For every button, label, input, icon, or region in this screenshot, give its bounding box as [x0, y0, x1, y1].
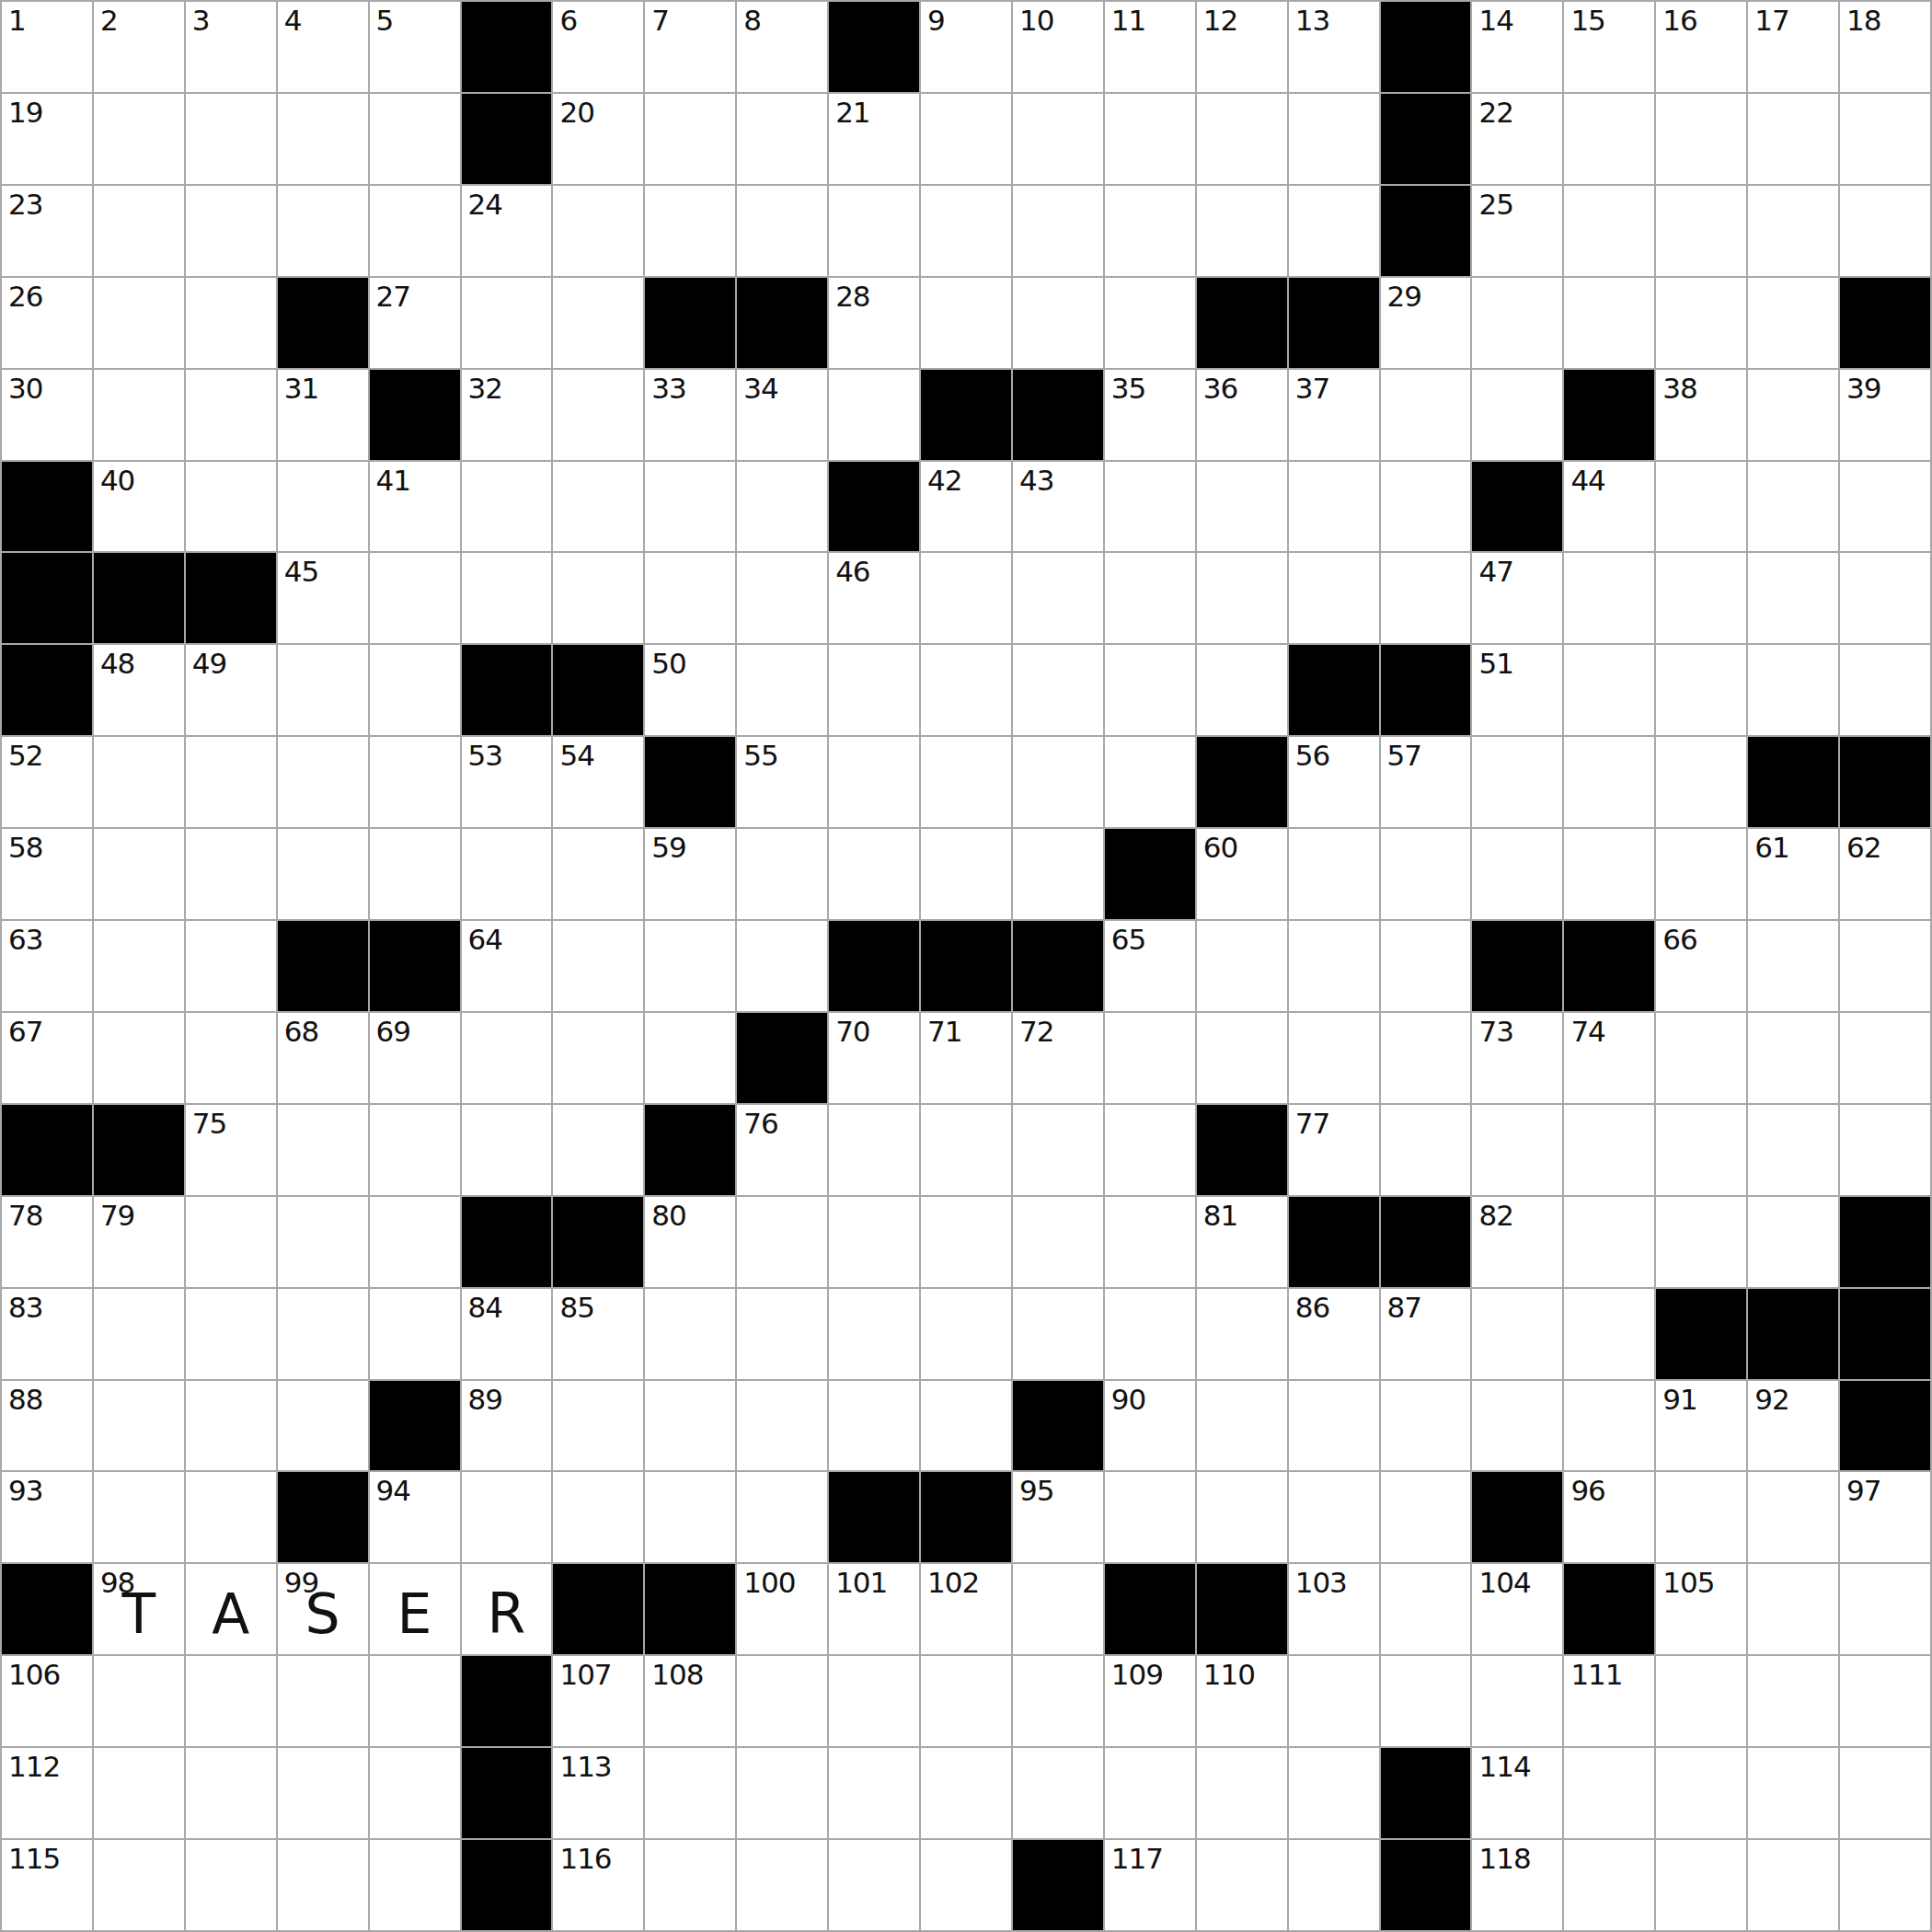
- cell-r6c21[interactable]: [1840, 462, 1930, 552]
- cell-r20c19[interactable]: [1656, 1748, 1746, 1838]
- cell-r3c20[interactable]: [1748, 186, 1838, 276]
- cell-r12c11[interactable]: 71: [921, 1013, 1011, 1103]
- cell-r13c12[interactable]: [1013, 1105, 1103, 1195]
- cell-r16c13[interactable]: 90: [1105, 1381, 1195, 1471]
- cell-r17c18[interactable]: 96: [1564, 1472, 1654, 1562]
- cell-r19c14[interactable]: 110: [1197, 1656, 1287, 1746]
- cell-r2c5[interactable]: [370, 94, 460, 184]
- cell-r13c7[interactable]: [553, 1105, 643, 1195]
- cell-r21c10[interactable]: [829, 1840, 919, 1930]
- cell-r19c7[interactable]: 107: [553, 1656, 643, 1746]
- cell-r14c5[interactable]: [370, 1197, 460, 1287]
- cell-r5c14[interactable]: 36: [1197, 370, 1287, 460]
- cell-r3c14[interactable]: [1197, 186, 1287, 276]
- cell-r9c7[interactable]: 54: [553, 737, 643, 827]
- cell-r4c16[interactable]: 29: [1381, 278, 1471, 368]
- cell-r6c14[interactable]: [1197, 462, 1287, 552]
- cell-r1c9[interactable]: 8: [737, 2, 827, 92]
- cell-r21c15[interactable]: [1289, 1840, 1379, 1930]
- cell-r9c9[interactable]: 55: [737, 737, 827, 827]
- cell-r21c7[interactable]: 116: [553, 1840, 643, 1930]
- cell-r1c1[interactable]: 1: [2, 2, 92, 92]
- cell-r16c18[interactable]: [1564, 1381, 1654, 1471]
- cell-r6c7[interactable]: [553, 462, 643, 552]
- cell-r10c16[interactable]: [1381, 829, 1471, 919]
- cell-r8c20[interactable]: [1748, 645, 1838, 735]
- cell-r21c8[interactable]: [645, 1840, 735, 1930]
- cell-r5c4[interactable]: 31: [278, 370, 368, 460]
- cell-r5c15[interactable]: 37: [1289, 370, 1379, 460]
- cell-r13c20[interactable]: [1748, 1105, 1838, 1195]
- cell-r5c1[interactable]: 30: [2, 370, 92, 460]
- cell-r21c11[interactable]: [921, 1840, 1011, 1930]
- cell-r12c1[interactable]: 67: [2, 1013, 92, 1103]
- cell-r2c14[interactable]: [1197, 94, 1287, 184]
- cell-r4c6[interactable]: [462, 278, 552, 368]
- cell-r10c17[interactable]: [1472, 829, 1562, 919]
- cell-r1c3[interactable]: 3: [186, 2, 276, 92]
- cell-r10c7[interactable]: [553, 829, 643, 919]
- cell-r11c16[interactable]: [1381, 921, 1471, 1011]
- cell-r12c6[interactable]: [462, 1013, 552, 1103]
- cell-r3c13[interactable]: [1105, 186, 1195, 276]
- cell-r21c1[interactable]: 115: [2, 1840, 92, 1930]
- cell-r20c14[interactable]: [1197, 1748, 1287, 1838]
- cell-r8c4[interactable]: [278, 645, 368, 735]
- cell-r18c4[interactable]: 99S: [278, 1564, 368, 1654]
- cell-r7c15[interactable]: [1289, 553, 1379, 643]
- cell-r19c2[interactable]: [94, 1656, 184, 1746]
- cell-r16c14[interactable]: [1197, 1381, 1287, 1471]
- cell-r12c20[interactable]: [1748, 1013, 1838, 1103]
- cell-r15c13[interactable]: [1105, 1289, 1195, 1379]
- cell-r3c1[interactable]: 23: [2, 186, 92, 276]
- cell-r18c11[interactable]: 102: [921, 1564, 1011, 1654]
- cell-r21c14[interactable]: [1197, 1840, 1287, 1930]
- cell-r7c16[interactable]: [1381, 553, 1471, 643]
- cell-r16c3[interactable]: [186, 1381, 276, 1471]
- cell-r13c4[interactable]: [278, 1105, 368, 1195]
- cell-r8c21[interactable]: [1840, 645, 1930, 735]
- cell-r8c2[interactable]: 48: [94, 645, 184, 735]
- cell-r4c5[interactable]: 27: [370, 278, 460, 368]
- cell-r17c21[interactable]: 97: [1840, 1472, 1930, 1562]
- cell-r7c4[interactable]: 45: [278, 553, 368, 643]
- cell-r10c1[interactable]: 58: [2, 829, 92, 919]
- cell-r14c13[interactable]: [1105, 1197, 1195, 1287]
- cell-r1c5[interactable]: 5: [370, 2, 460, 92]
- cell-r8c3[interactable]: 49: [186, 645, 276, 735]
- cell-r14c10[interactable]: [829, 1197, 919, 1287]
- cell-r1c18[interactable]: 15: [1564, 2, 1654, 92]
- cell-r4c19[interactable]: [1656, 278, 1746, 368]
- cell-r13c18[interactable]: [1564, 1105, 1654, 1195]
- cell-r20c2[interactable]: [94, 1748, 184, 1838]
- cell-r19c17[interactable]: [1472, 1656, 1562, 1746]
- cell-r9c18[interactable]: [1564, 737, 1654, 827]
- cell-r9c4[interactable]: [278, 737, 368, 827]
- cell-r10c2[interactable]: [94, 829, 184, 919]
- cell-r5c13[interactable]: 35: [1105, 370, 1195, 460]
- cell-r14c17[interactable]: 82: [1472, 1197, 1562, 1287]
- cell-r6c13[interactable]: [1105, 462, 1195, 552]
- cell-r19c3[interactable]: [186, 1656, 276, 1746]
- cell-r15c15[interactable]: 86: [1289, 1289, 1379, 1379]
- cell-r11c15[interactable]: [1289, 921, 1379, 1011]
- cell-r7c17[interactable]: 47: [1472, 553, 1562, 643]
- cell-r3c12[interactable]: [1013, 186, 1103, 276]
- cell-r6c6[interactable]: [462, 462, 552, 552]
- cell-r8c18[interactable]: [1564, 645, 1654, 735]
- cell-r18c9[interactable]: 100: [737, 1564, 827, 1654]
- cell-r20c20[interactable]: [1748, 1748, 1838, 1838]
- cell-r4c10[interactable]: 28: [829, 278, 919, 368]
- cell-r20c10[interactable]: [829, 1748, 919, 1838]
- cell-r14c11[interactable]: [921, 1197, 1011, 1287]
- cell-r10c20[interactable]: 61: [1748, 829, 1838, 919]
- cell-r3c10[interactable]: [829, 186, 919, 276]
- cell-r1c11[interactable]: 9: [921, 2, 1011, 92]
- cell-r17c3[interactable]: [186, 1472, 276, 1562]
- cell-r5c19[interactable]: 38: [1656, 370, 1746, 460]
- cell-r19c13[interactable]: 109: [1105, 1656, 1195, 1746]
- cell-r4c13[interactable]: [1105, 278, 1195, 368]
- cell-r4c17[interactable]: [1472, 278, 1562, 368]
- cell-r17c1[interactable]: 93: [2, 1472, 92, 1562]
- cell-r21c3[interactable]: [186, 1840, 276, 1930]
- cell-r5c2[interactable]: [94, 370, 184, 460]
- cell-r11c21[interactable]: [1840, 921, 1930, 1011]
- cell-r7c6[interactable]: [462, 553, 552, 643]
- cell-r16c17[interactable]: [1472, 1381, 1562, 1471]
- cell-r12c18[interactable]: 74: [1564, 1013, 1654, 1103]
- cell-r16c11[interactable]: [921, 1381, 1011, 1471]
- cell-r12c19[interactable]: [1656, 1013, 1746, 1103]
- cell-r11c6[interactable]: 64: [462, 921, 552, 1011]
- cell-r3c19[interactable]: [1656, 186, 1746, 276]
- cell-r6c8[interactable]: [645, 462, 735, 552]
- cell-r21c21[interactable]: [1840, 1840, 1930, 1930]
- cell-r10c14[interactable]: 60: [1197, 829, 1287, 919]
- cell-r6c15[interactable]: [1289, 462, 1379, 552]
- cell-r1c12[interactable]: 10: [1013, 2, 1103, 92]
- cell-r2c2[interactable]: [94, 94, 184, 184]
- cell-r19c1[interactable]: 106: [2, 1656, 92, 1746]
- cell-r1c7[interactable]: 6: [553, 2, 643, 92]
- cell-r12c15[interactable]: [1289, 1013, 1379, 1103]
- cell-r15c12[interactable]: [1013, 1289, 1103, 1379]
- cell-r3c8[interactable]: [645, 186, 735, 276]
- cell-r8c11[interactable]: [921, 645, 1011, 735]
- cell-r10c10[interactable]: [829, 829, 919, 919]
- cell-r3c17[interactable]: 25: [1472, 186, 1562, 276]
- cell-r19c9[interactable]: [737, 1656, 827, 1746]
- cell-r12c8[interactable]: [645, 1013, 735, 1103]
- cell-r11c14[interactable]: [1197, 921, 1287, 1011]
- cell-r4c3[interactable]: [186, 278, 276, 368]
- cell-r2c17[interactable]: 22: [1472, 94, 1562, 184]
- cell-r11c13[interactable]: 65: [1105, 921, 1195, 1011]
- cell-r17c15[interactable]: [1289, 1472, 1379, 1562]
- cell-r15c11[interactable]: [921, 1289, 1011, 1379]
- cell-r12c12[interactable]: 72: [1013, 1013, 1103, 1103]
- cell-r6c9[interactable]: [737, 462, 827, 552]
- cell-r2c8[interactable]: [645, 94, 735, 184]
- cell-r14c3[interactable]: [186, 1197, 276, 1287]
- cell-r16c16[interactable]: [1381, 1381, 1471, 1471]
- cell-r17c19[interactable]: [1656, 1472, 1746, 1562]
- cell-r16c6[interactable]: 89: [462, 1381, 552, 1471]
- cell-r21c18[interactable]: [1564, 1840, 1654, 1930]
- cell-r1c2[interactable]: 2: [94, 2, 184, 92]
- cell-r19c19[interactable]: [1656, 1656, 1746, 1746]
- cell-r3c9[interactable]: [737, 186, 827, 276]
- cell-r1c4[interactable]: 4: [278, 2, 368, 92]
- cell-r20c9[interactable]: [737, 1748, 827, 1838]
- cell-r8c10[interactable]: [829, 645, 919, 735]
- cell-r19c18[interactable]: 111: [1564, 1656, 1654, 1746]
- cell-r13c6[interactable]: [462, 1105, 552, 1195]
- cell-r8c8[interactable]: 50: [645, 645, 735, 735]
- cell-r14c9[interactable]: [737, 1197, 827, 1287]
- cell-r15c4[interactable]: [278, 1289, 368, 1379]
- cell-r2c21[interactable]: [1840, 94, 1930, 184]
- cell-r18c19[interactable]: 105: [1656, 1564, 1746, 1654]
- cell-r6c16[interactable]: [1381, 462, 1471, 552]
- cell-r1c15[interactable]: 13: [1289, 2, 1379, 92]
- cell-r13c3[interactable]: 75: [186, 1105, 276, 1195]
- cell-r12c16[interactable]: [1381, 1013, 1471, 1103]
- cell-r21c4[interactable]: [278, 1840, 368, 1930]
- cell-r13c15[interactable]: 77: [1289, 1105, 1379, 1195]
- cell-r13c9[interactable]: 76: [737, 1105, 827, 1195]
- cell-r9c2[interactable]: [94, 737, 184, 827]
- cell-r5c6[interactable]: 32: [462, 370, 552, 460]
- cell-r11c3[interactable]: [186, 921, 276, 1011]
- cell-r18c10[interactable]: 101: [829, 1564, 919, 1654]
- cell-r7c20[interactable]: [1748, 553, 1838, 643]
- cell-r20c3[interactable]: [186, 1748, 276, 1838]
- cell-r15c14[interactable]: [1197, 1289, 1287, 1379]
- cell-r2c20[interactable]: [1748, 94, 1838, 184]
- cell-r2c3[interactable]: [186, 94, 276, 184]
- cell-r19c20[interactable]: [1748, 1656, 1838, 1746]
- cell-r16c8[interactable]: [645, 1381, 735, 1471]
- cell-r10c18[interactable]: [1564, 829, 1654, 919]
- cell-r7c21[interactable]: [1840, 553, 1930, 643]
- cell-r15c10[interactable]: [829, 1289, 919, 1379]
- cell-r14c14[interactable]: 81: [1197, 1197, 1287, 1287]
- cell-r14c8[interactable]: 80: [645, 1197, 735, 1287]
- cell-r14c4[interactable]: [278, 1197, 368, 1287]
- cell-r14c19[interactable]: [1656, 1197, 1746, 1287]
- cell-r3c7[interactable]: [553, 186, 643, 276]
- cell-r19c12[interactable]: [1013, 1656, 1103, 1746]
- cell-r5c10[interactable]: [829, 370, 919, 460]
- cell-r21c20[interactable]: [1748, 1840, 1838, 1930]
- cell-r13c21[interactable]: [1840, 1105, 1930, 1195]
- cell-r12c4[interactable]: 68: [278, 1013, 368, 1103]
- cell-r16c2[interactable]: [94, 1381, 184, 1471]
- cell-r6c18[interactable]: 44: [1564, 462, 1654, 552]
- cell-r17c8[interactable]: [645, 1472, 735, 1562]
- cell-r16c7[interactable]: [553, 1381, 643, 1471]
- cell-r9c1[interactable]: 52: [2, 737, 92, 827]
- cell-r18c21[interactable]: [1840, 1564, 1930, 1654]
- cell-r20c15[interactable]: [1289, 1748, 1379, 1838]
- cell-r3c21[interactable]: [1840, 186, 1930, 276]
- cell-r10c9[interactable]: [737, 829, 827, 919]
- cell-r16c9[interactable]: [737, 1381, 827, 1471]
- cell-r10c4[interactable]: [278, 829, 368, 919]
- cell-r5c21[interactable]: 39: [1840, 370, 1930, 460]
- cell-r5c17[interactable]: [1472, 370, 1562, 460]
- cell-r17c14[interactable]: [1197, 1472, 1287, 1562]
- cell-r10c19[interactable]: [1656, 829, 1746, 919]
- cell-r9c13[interactable]: [1105, 737, 1195, 827]
- cell-r6c5[interactable]: 41: [370, 462, 460, 552]
- cell-r18c12[interactable]: [1013, 1564, 1103, 1654]
- cell-r2c12[interactable]: [1013, 94, 1103, 184]
- cell-r12c10[interactable]: 70: [829, 1013, 919, 1103]
- cell-r5c8[interactable]: 33: [645, 370, 735, 460]
- cell-r17c20[interactable]: [1748, 1472, 1838, 1562]
- cell-r20c13[interactable]: [1105, 1748, 1195, 1838]
- cell-r7c11[interactable]: [921, 553, 1011, 643]
- cell-r19c10[interactable]: [829, 1656, 919, 1746]
- cell-r2c1[interactable]: 19: [2, 94, 92, 184]
- cell-r2c9[interactable]: [737, 94, 827, 184]
- cell-r9c11[interactable]: [921, 737, 1011, 827]
- cell-r20c1[interactable]: 112: [2, 1748, 92, 1838]
- cell-r3c18[interactable]: [1564, 186, 1654, 276]
- cell-r5c9[interactable]: 34: [737, 370, 827, 460]
- cell-r8c9[interactable]: [737, 645, 827, 735]
- cell-r12c5[interactable]: 69: [370, 1013, 460, 1103]
- cell-r7c5[interactable]: [370, 553, 460, 643]
- cell-r13c11[interactable]: [921, 1105, 1011, 1195]
- cell-r4c2[interactable]: [94, 278, 184, 368]
- cell-r10c6[interactable]: [462, 829, 552, 919]
- cell-r11c2[interactable]: [94, 921, 184, 1011]
- cell-r17c2[interactable]: [94, 1472, 184, 1562]
- cell-r15c18[interactable]: [1564, 1289, 1654, 1379]
- cell-r15c5[interactable]: [370, 1289, 460, 1379]
- cell-r20c11[interactable]: [921, 1748, 1011, 1838]
- cell-r21c2[interactable]: [94, 1840, 184, 1930]
- cell-r14c18[interactable]: [1564, 1197, 1654, 1287]
- cell-r13c19[interactable]: [1656, 1105, 1746, 1195]
- cell-r13c5[interactable]: [370, 1105, 460, 1195]
- cell-r12c2[interactable]: [94, 1013, 184, 1103]
- cell-r16c10[interactable]: [829, 1381, 919, 1471]
- cell-r21c13[interactable]: 117: [1105, 1840, 1195, 1930]
- cell-r7c7[interactable]: [553, 553, 643, 643]
- cell-r2c7[interactable]: 20: [553, 94, 643, 184]
- cell-r10c15[interactable]: [1289, 829, 1379, 919]
- cell-r11c9[interactable]: [737, 921, 827, 1011]
- cell-r6c11[interactable]: 42: [921, 462, 1011, 552]
- cell-r18c3[interactable]: A: [186, 1564, 276, 1654]
- cell-r9c12[interactable]: [1013, 737, 1103, 827]
- cell-r18c16[interactable]: [1381, 1564, 1471, 1654]
- cell-r16c20[interactable]: 92: [1748, 1381, 1838, 1471]
- cell-r8c17[interactable]: 51: [1472, 645, 1562, 735]
- cell-r20c12[interactable]: [1013, 1748, 1103, 1838]
- cell-r17c6[interactable]: [462, 1472, 552, 1562]
- cell-r15c7[interactable]: 85: [553, 1289, 643, 1379]
- cell-r5c16[interactable]: [1381, 370, 1471, 460]
- cell-r2c11[interactable]: [921, 94, 1011, 184]
- cell-r18c5[interactable]: E: [370, 1564, 460, 1654]
- cell-r11c19[interactable]: 66: [1656, 921, 1746, 1011]
- cell-r12c14[interactable]: [1197, 1013, 1287, 1103]
- cell-r10c8[interactable]: 59: [645, 829, 735, 919]
- cell-r10c3[interactable]: [186, 829, 276, 919]
- cell-r10c5[interactable]: [370, 829, 460, 919]
- cell-r1c19[interactable]: 16: [1656, 2, 1746, 92]
- cell-r17c5[interactable]: 94: [370, 1472, 460, 1562]
- cell-r8c13[interactable]: [1105, 645, 1195, 735]
- cell-r9c17[interactable]: [1472, 737, 1562, 827]
- cell-r2c4[interactable]: [278, 94, 368, 184]
- cell-r8c5[interactable]: [370, 645, 460, 735]
- cell-r17c16[interactable]: [1381, 1472, 1471, 1562]
- cell-r2c10[interactable]: 21: [829, 94, 919, 184]
- cell-r7c19[interactable]: [1656, 553, 1746, 643]
- cell-r7c10[interactable]: 46: [829, 553, 919, 643]
- cell-r3c11[interactable]: [921, 186, 1011, 276]
- cell-r15c8[interactable]: [645, 1289, 735, 1379]
- cell-r3c5[interactable]: [370, 186, 460, 276]
- cell-r10c12[interactable]: [1013, 829, 1103, 919]
- cell-r12c13[interactable]: [1105, 1013, 1195, 1103]
- cell-r19c11[interactable]: [921, 1656, 1011, 1746]
- cell-r3c3[interactable]: [186, 186, 276, 276]
- cell-r13c10[interactable]: [829, 1105, 919, 1195]
- cell-r13c17[interactable]: [1472, 1105, 1562, 1195]
- cell-r17c12[interactable]: 95: [1013, 1472, 1103, 1562]
- cell-r9c15[interactable]: 56: [1289, 737, 1379, 827]
- cell-r20c21[interactable]: [1840, 1748, 1930, 1838]
- cell-r1c21[interactable]: 18: [1840, 2, 1930, 92]
- cell-r1c20[interactable]: 17: [1748, 2, 1838, 92]
- cell-r9c5[interactable]: [370, 737, 460, 827]
- cell-r5c7[interactable]: [553, 370, 643, 460]
- cell-r21c9[interactable]: [737, 1840, 827, 1930]
- cell-r18c2[interactable]: 98T: [94, 1564, 184, 1654]
- cell-r18c17[interactable]: 104: [1472, 1564, 1562, 1654]
- cell-r4c18[interactable]: [1564, 278, 1654, 368]
- cell-r15c16[interactable]: 87: [1381, 1289, 1471, 1379]
- cell-r15c9[interactable]: [737, 1289, 827, 1379]
- cell-r5c3[interactable]: [186, 370, 276, 460]
- cell-r20c4[interactable]: [278, 1748, 368, 1838]
- cell-r14c1[interactable]: 78: [2, 1197, 92, 1287]
- cell-r11c7[interactable]: [553, 921, 643, 1011]
- cell-r2c18[interactable]: [1564, 94, 1654, 184]
- cell-r2c19[interactable]: [1656, 94, 1746, 184]
- cell-r9c16[interactable]: 57: [1381, 737, 1471, 827]
- cell-r4c20[interactable]: [1748, 278, 1838, 368]
- cell-r1c13[interactable]: 11: [1105, 2, 1195, 92]
- cell-r4c1[interactable]: 26: [2, 278, 92, 368]
- cell-r14c12[interactable]: [1013, 1197, 1103, 1287]
- cell-r9c19[interactable]: [1656, 737, 1746, 827]
- cell-r3c2[interactable]: [94, 186, 184, 276]
- cell-r7c9[interactable]: [737, 553, 827, 643]
- cell-r16c15[interactable]: [1289, 1381, 1379, 1471]
